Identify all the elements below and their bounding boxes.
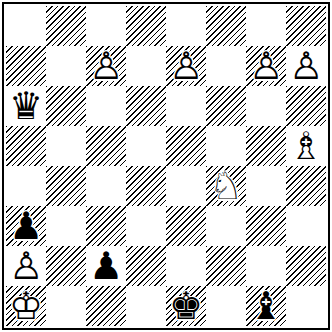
piece-backing: ♟: [86, 46, 126, 86]
square-c4[interactable]: [86, 166, 126, 206]
square-e6[interactable]: [166, 86, 206, 126]
piece-backing: ♝: [286, 126, 326, 166]
piece-black-bishop: ♝: [246, 286, 286, 326]
square-a1[interactable]: ♚♔: [6, 286, 46, 326]
piece-backing: ♝: [246, 286, 286, 326]
square-d2[interactable]: [126, 246, 166, 286]
piece-white-pawn: ♙: [286, 46, 326, 86]
square-d1[interactable]: [126, 286, 166, 326]
piece-backing: ♚: [6, 286, 46, 326]
square-c6[interactable]: [86, 86, 126, 126]
square-a8[interactable]: [6, 6, 46, 46]
square-f3[interactable]: [206, 206, 246, 246]
square-h7[interactable]: ♟♙: [286, 46, 326, 86]
piece-backing: ♟: [166, 46, 206, 86]
square-e5[interactable]: [166, 126, 206, 166]
square-b4[interactable]: [46, 166, 86, 206]
square-f4[interactable]: ♞♘: [206, 166, 246, 206]
piece-backing: ♟: [6, 206, 46, 246]
piece-backing: ♟: [246, 46, 286, 86]
piece-backing: ♟: [6, 246, 46, 286]
square-b8[interactable]: [46, 6, 86, 46]
piece-black-king: ♚: [166, 286, 206, 326]
square-c7[interactable]: ♟♙: [86, 46, 126, 86]
square-d5[interactable]: [126, 126, 166, 166]
square-f2[interactable]: [206, 246, 246, 286]
square-b5[interactable]: [46, 126, 86, 166]
piece-backing: ♟: [286, 46, 326, 86]
square-g5[interactable]: [246, 126, 286, 166]
square-b6[interactable]: [46, 86, 86, 126]
piece-white-pawn: ♙: [166, 46, 206, 86]
square-f8[interactable]: [206, 6, 246, 46]
square-d8[interactable]: [126, 6, 166, 46]
piece-white-bishop: ♗: [286, 126, 326, 166]
square-f6[interactable]: [206, 86, 246, 126]
square-b3[interactable]: [46, 206, 86, 246]
square-a7[interactable]: [6, 46, 46, 86]
square-a5[interactable]: [6, 126, 46, 166]
square-g4[interactable]: [246, 166, 286, 206]
square-a2[interactable]: ♟♙: [6, 246, 46, 286]
square-b7[interactable]: [46, 46, 86, 86]
chess-diagram: ♟♙♟♙♟♙♟♙♛♛♝♗♞♘♟♟♟♙♟♟♚♔♚♚♝♝: [0, 0, 332, 332]
piece-white-pawn: ♙: [86, 46, 126, 86]
square-e4[interactable]: [166, 166, 206, 206]
piece-backing: ♟: [86, 246, 126, 286]
piece-backing: ♚: [166, 286, 206, 326]
square-h5[interactable]: ♝♗: [286, 126, 326, 166]
square-c8[interactable]: [86, 6, 126, 46]
chess-board: ♟♙♟♙♟♙♟♙♛♛♝♗♞♘♟♟♟♙♟♟♚♔♚♚♝♝: [6, 6, 326, 326]
square-d6[interactable]: [126, 86, 166, 126]
square-g1[interactable]: ♝♝: [246, 286, 286, 326]
square-b1[interactable]: [46, 286, 86, 326]
square-g8[interactable]: [246, 6, 286, 46]
piece-white-knight: ♘: [206, 166, 246, 206]
square-g7[interactable]: ♟♙: [246, 46, 286, 86]
piece-backing: ♛: [6, 86, 46, 126]
square-d7[interactable]: [126, 46, 166, 86]
square-h3[interactable]: [286, 206, 326, 246]
piece-white-pawn: ♙: [6, 246, 46, 286]
square-a6[interactable]: ♛♛: [6, 86, 46, 126]
piece-black-pawn: ♟: [6, 206, 46, 246]
square-h1[interactable]: [286, 286, 326, 326]
square-c2[interactable]: ♟♟: [86, 246, 126, 286]
square-h4[interactable]: [286, 166, 326, 206]
square-a4[interactable]: [6, 166, 46, 206]
square-g6[interactable]: [246, 86, 286, 126]
square-h6[interactable]: [286, 86, 326, 126]
square-e2[interactable]: [166, 246, 206, 286]
square-e8[interactable]: [166, 6, 206, 46]
square-h2[interactable]: [286, 246, 326, 286]
square-d3[interactable]: [126, 206, 166, 246]
square-g2[interactable]: [246, 246, 286, 286]
square-f7[interactable]: [206, 46, 246, 86]
square-c1[interactable]: [86, 286, 126, 326]
piece-white-pawn: ♙: [246, 46, 286, 86]
square-f1[interactable]: [206, 286, 246, 326]
square-e1[interactable]: ♚♚: [166, 286, 206, 326]
square-e7[interactable]: ♟♙: [166, 46, 206, 86]
square-g3[interactable]: [246, 206, 286, 246]
piece-black-queen: ♛: [6, 86, 46, 126]
square-b2[interactable]: [46, 246, 86, 286]
square-h8[interactable]: [286, 6, 326, 46]
piece-backing: ♞: [206, 166, 246, 206]
piece-white-king: ♔: [6, 286, 46, 326]
square-f5[interactable]: [206, 126, 246, 166]
square-a3[interactable]: ♟♟: [6, 206, 46, 246]
square-c5[interactable]: [86, 126, 126, 166]
piece-black-pawn: ♟: [86, 246, 126, 286]
square-e3[interactable]: [166, 206, 206, 246]
square-d4[interactable]: [126, 166, 166, 206]
square-c3[interactable]: [86, 206, 126, 246]
